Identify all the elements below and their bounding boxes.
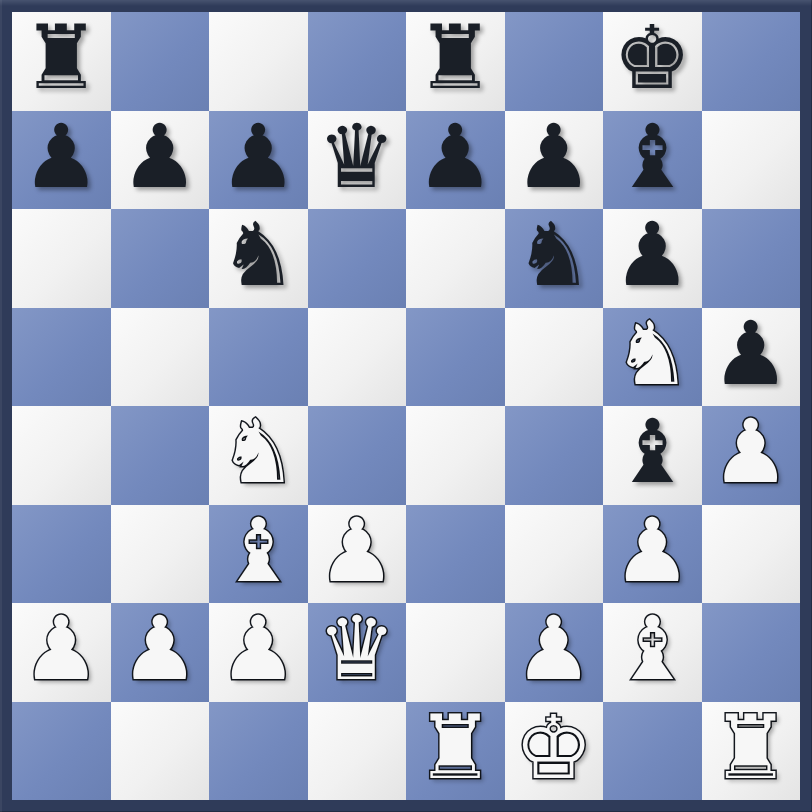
piece-black-bishop-g7[interactable]: ♝ <box>613 113 692 201</box>
square-a2[interactable]: ♟ <box>12 603 111 702</box>
square-f2[interactable]: ♟ <box>505 603 604 702</box>
square-e7[interactable]: ♟ <box>406 111 505 210</box>
piece-white-queen-d2[interactable]: ♛ <box>317 605 396 693</box>
piece-white-pawn-g3[interactable]: ♟ <box>613 507 692 595</box>
square-c1[interactable] <box>209 702 308 801</box>
square-f4[interactable] <box>505 406 604 505</box>
square-g8[interactable]: ♚ <box>603 12 702 111</box>
square-a5[interactable] <box>12 308 111 407</box>
square-g2[interactable]: ♝ <box>603 603 702 702</box>
square-d5[interactable] <box>308 308 407 407</box>
piece-black-bishop-g4[interactable]: ♝ <box>613 408 692 496</box>
piece-black-pawn-g6[interactable]: ♟ <box>613 211 692 299</box>
square-h5[interactable]: ♟ <box>702 308 801 407</box>
square-c8[interactable] <box>209 12 308 111</box>
piece-black-pawn-f7[interactable]: ♟ <box>514 113 593 201</box>
square-b8[interactable] <box>111 12 210 111</box>
piece-white-pawn-f2[interactable]: ♟ <box>514 605 593 693</box>
square-g6[interactable]: ♟ <box>603 209 702 308</box>
square-g5[interactable]: ♞ <box>603 308 702 407</box>
piece-black-rook-e8[interactable]: ♜ <box>416 14 495 102</box>
square-c2[interactable]: ♟ <box>209 603 308 702</box>
square-c4[interactable]: ♞ <box>209 406 308 505</box>
chess-board: ♜♜♚♟♟♟♛♟♟♝♞♞♟♞♟♞♝♟♝♟♟♟♟♟♛♟♝♜♚♜ <box>12 12 800 800</box>
square-g4[interactable]: ♝ <box>603 406 702 505</box>
square-a6[interactable] <box>12 209 111 308</box>
square-a4[interactable] <box>12 406 111 505</box>
square-b7[interactable]: ♟ <box>111 111 210 210</box>
board-frame: ♜♜♚♟♟♟♛♟♟♝♞♞♟♞♟♞♝♟♝♟♟♟♟♟♛♟♝♜♚♜ <box>0 0 812 812</box>
square-d1[interactable] <box>308 702 407 801</box>
piece-white-pawn-c2[interactable]: ♟ <box>219 605 298 693</box>
piece-white-pawn-h4[interactable]: ♟ <box>711 408 790 496</box>
square-c3[interactable]: ♝ <box>209 505 308 604</box>
square-d7[interactable]: ♛ <box>308 111 407 210</box>
square-h3[interactable] <box>702 505 801 604</box>
square-h6[interactable] <box>702 209 801 308</box>
square-a8[interactable]: ♜ <box>12 12 111 111</box>
piece-white-knight-c4[interactable]: ♞ <box>219 408 298 496</box>
piece-black-pawn-e7[interactable]: ♟ <box>416 113 495 201</box>
square-b6[interactable] <box>111 209 210 308</box>
square-h2[interactable] <box>702 603 801 702</box>
piece-white-rook-h1[interactable]: ♜ <box>711 704 790 792</box>
piece-white-king-f1[interactable]: ♚ <box>514 704 593 792</box>
square-b1[interactable] <box>111 702 210 801</box>
square-g3[interactable]: ♟ <box>603 505 702 604</box>
square-h4[interactable]: ♟ <box>702 406 801 505</box>
square-f6[interactable]: ♞ <box>505 209 604 308</box>
piece-black-knight-c6[interactable]: ♞ <box>219 211 298 299</box>
square-d8[interactable] <box>308 12 407 111</box>
square-c6[interactable]: ♞ <box>209 209 308 308</box>
piece-white-rook-e1[interactable]: ♜ <box>416 704 495 792</box>
piece-black-knight-f6[interactable]: ♞ <box>514 211 593 299</box>
piece-black-pawn-h5[interactable]: ♟ <box>711 310 790 398</box>
piece-black-rook-a8[interactable]: ♜ <box>22 14 101 102</box>
square-f5[interactable] <box>505 308 604 407</box>
piece-black-queen-d7[interactable]: ♛ <box>317 113 396 201</box>
piece-white-bishop-c3[interactable]: ♝ <box>219 507 298 595</box>
square-f7[interactable]: ♟ <box>505 111 604 210</box>
piece-black-king-g8[interactable]: ♚ <box>613 14 692 102</box>
square-h8[interactable] <box>702 12 801 111</box>
square-c5[interactable] <box>209 308 308 407</box>
square-f3[interactable] <box>505 505 604 604</box>
square-f8[interactable] <box>505 12 604 111</box>
square-a7[interactable]: ♟ <box>12 111 111 210</box>
square-h7[interactable] <box>702 111 801 210</box>
square-e4[interactable] <box>406 406 505 505</box>
square-g1[interactable] <box>603 702 702 801</box>
square-c7[interactable]: ♟ <box>209 111 308 210</box>
square-b5[interactable] <box>111 308 210 407</box>
square-a1[interactable] <box>12 702 111 801</box>
piece-white-pawn-b2[interactable]: ♟ <box>120 605 199 693</box>
square-b4[interactable] <box>111 406 210 505</box>
piece-white-pawn-d3[interactable]: ♟ <box>317 507 396 595</box>
square-d3[interactable]: ♟ <box>308 505 407 604</box>
piece-white-pawn-a2[interactable]: ♟ <box>22 605 101 693</box>
square-d6[interactable] <box>308 209 407 308</box>
square-e2[interactable] <box>406 603 505 702</box>
square-b3[interactable] <box>111 505 210 604</box>
square-e5[interactable] <box>406 308 505 407</box>
square-e6[interactable] <box>406 209 505 308</box>
square-d4[interactable] <box>308 406 407 505</box>
square-a3[interactable] <box>12 505 111 604</box>
square-h1[interactable]: ♜ <box>702 702 801 801</box>
square-b2[interactable]: ♟ <box>111 603 210 702</box>
piece-black-pawn-c7[interactable]: ♟ <box>219 113 298 201</box>
piece-white-bishop-g2[interactable]: ♝ <box>613 605 692 693</box>
piece-black-pawn-a7[interactable]: ♟ <box>22 113 101 201</box>
square-e8[interactable]: ♜ <box>406 12 505 111</box>
square-g7[interactable]: ♝ <box>603 111 702 210</box>
piece-black-pawn-b7[interactable]: ♟ <box>120 113 199 201</box>
square-d2[interactable]: ♛ <box>308 603 407 702</box>
square-e1[interactable]: ♜ <box>406 702 505 801</box>
square-f1[interactable]: ♚ <box>505 702 604 801</box>
piece-white-knight-g5[interactable]: ♞ <box>613 310 692 398</box>
square-e3[interactable] <box>406 505 505 604</box>
